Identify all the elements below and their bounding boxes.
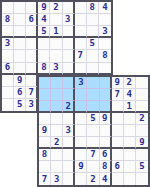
given-digit-cell[interactable]: 3 — [63, 125, 75, 137]
empty-cell[interactable] — [51, 125, 63, 137]
empty-cell[interactable] — [100, 125, 112, 137]
given-digit-cell[interactable]: 9 — [75, 161, 87, 173]
empty-cell[interactable] — [136, 89, 148, 101]
given-digit-cell[interactable]: 2 — [136, 113, 148, 125]
empty-cell[interactable] — [75, 173, 87, 185]
empty-cell[interactable] — [2, 99, 14, 111]
given-digit-cell[interactable]: 8 — [39, 149, 51, 161]
empty-cell[interactable] — [136, 101, 148, 113]
empty-cell[interactable] — [75, 38, 87, 50]
empty-cell[interactable] — [51, 89, 63, 101]
empty-cell[interactable] — [14, 2, 26, 14]
empty-cell[interactable] — [14, 38, 26, 50]
empty-cell[interactable] — [124, 113, 136, 125]
given-digit-cell[interactable]: 5 — [38, 26, 50, 38]
empty-cell[interactable] — [14, 50, 26, 62]
given-digit-cell[interactable]: 6 — [26, 14, 38, 26]
empty-cell[interactable] — [26, 50, 38, 62]
empty-cell[interactable] — [124, 173, 136, 185]
empty-cell[interactable] — [124, 149, 136, 161]
empty-cell[interactable] — [87, 77, 99, 89]
empty-cell[interactable] — [112, 173, 124, 185]
empty-cell[interactable] — [112, 149, 124, 161]
given-digit-cell[interactable]: 2 — [51, 137, 63, 149]
given-digit-cell[interactable]: 9 — [112, 77, 124, 89]
empty-cell[interactable] — [75, 14, 87, 26]
empty-cell[interactable] — [87, 125, 99, 137]
empty-cell[interactable] — [63, 137, 75, 149]
empty-cell[interactable] — [63, 26, 75, 38]
given-digit-cell[interactable]: 8 — [99, 50, 111, 62]
empty-cell[interactable] — [100, 137, 112, 149]
given-digit-cell[interactable]: 9 — [38, 2, 50, 14]
empty-cell[interactable] — [136, 77, 148, 89]
given-digit-cell[interactable]: 6 — [2, 63, 14, 75]
empty-cell[interactable] — [63, 89, 75, 101]
empty-cell[interactable] — [99, 63, 111, 75]
given-digit-cell[interactable]: 5 — [136, 161, 148, 173]
empty-cell[interactable] — [14, 14, 26, 26]
empty-cell[interactable] — [75, 2, 87, 14]
empty-cell[interactable] — [50, 14, 62, 26]
given-digit-cell[interactable]: 6 — [100, 149, 112, 161]
given-digit-cell[interactable]: 4 — [100, 173, 112, 185]
empty-cell[interactable] — [75, 89, 87, 101]
empty-cell[interactable] — [124, 125, 136, 137]
empty-cell[interactable] — [112, 101, 124, 113]
empty-cell[interactable] — [14, 63, 26, 75]
empty-cell[interactable] — [39, 77, 51, 89]
empty-cell[interactable] — [75, 26, 87, 38]
given-digit-cell[interactable]: 7 — [112, 89, 124, 101]
given-digit-cell[interactable]: 3 — [2, 38, 14, 50]
given-digit-cell[interactable]: 4 — [38, 14, 50, 26]
empty-cell[interactable] — [63, 63, 75, 75]
empty-cell[interactable] — [63, 149, 75, 161]
empty-cell[interactable] — [26, 63, 38, 75]
empty-cell[interactable] — [51, 161, 63, 173]
empty-cell[interactable] — [75, 113, 87, 125]
empty-cell[interactable] — [75, 137, 87, 149]
empty-cell[interactable] — [39, 101, 51, 113]
empty-cell[interactable] — [136, 125, 148, 137]
empty-cell[interactable] — [38, 38, 50, 50]
empty-cell[interactable] — [14, 26, 26, 38]
given-digit-cell[interactable]: 3 — [75, 77, 87, 89]
empty-cell[interactable] — [136, 173, 148, 185]
empty-cell[interactable] — [87, 50, 99, 62]
empty-cell[interactable] — [87, 63, 99, 75]
empty-cell[interactable] — [136, 149, 148, 161]
empty-cell[interactable] — [87, 101, 99, 113]
given-digit-cell[interactable]: 5 — [14, 99, 26, 111]
given-digit-cell[interactable]: 9 — [100, 113, 112, 125]
empty-cell[interactable] — [112, 125, 124, 137]
empty-cell[interactable] — [87, 14, 99, 26]
empty-cell[interactable] — [63, 38, 75, 50]
empty-cell[interactable] — [26, 38, 38, 50]
given-digit-cell[interactable]: 5 — [87, 38, 99, 50]
empty-cell[interactable] — [100, 89, 112, 101]
empty-cell[interactable] — [87, 26, 99, 38]
empty-cell[interactable] — [99, 38, 111, 50]
empty-cell[interactable] — [124, 137, 136, 149]
given-digit-cell[interactable]: 3 — [51, 173, 63, 185]
given-digit-cell[interactable]: 2 — [50, 2, 62, 14]
empty-cell[interactable] — [63, 113, 75, 125]
given-digit-cell[interactable]: 2 — [124, 77, 136, 89]
empty-cell[interactable] — [39, 89, 51, 101]
given-digit-cell[interactable]: 6 — [14, 87, 26, 99]
given-digit-cell[interactable]: 5 — [87, 113, 99, 125]
twin-sudoku-board: 9284864351335786839367532 39274215929329… — [0, 0, 150, 187]
empty-cell[interactable] — [87, 161, 99, 173]
empty-cell[interactable] — [51, 77, 63, 89]
empty-cell[interactable] — [2, 75, 14, 87]
empty-cell[interactable] — [63, 50, 75, 62]
empty-cell[interactable] — [2, 26, 14, 38]
sudoku-grid-b: 3927421592932987698657324 — [37, 75, 150, 187]
empty-cell[interactable] — [112, 113, 124, 125]
empty-cell[interactable] — [99, 14, 111, 26]
empty-cell[interactable] — [39, 161, 51, 173]
given-digit-cell[interactable]: 3 — [63, 14, 75, 26]
empty-cell[interactable] — [75, 63, 87, 75]
empty-cell[interactable] — [50, 50, 62, 62]
given-digit-cell[interactable]: 1 — [124, 101, 136, 113]
empty-cell[interactable] — [63, 2, 75, 14]
given-digit-cell[interactable]: 2 — [87, 173, 99, 185]
empty-cell[interactable] — [63, 77, 75, 89]
empty-cell[interactable] — [26, 26, 38, 38]
empty-cell[interactable] — [2, 87, 14, 99]
given-digit-cell[interactable]: 2 — [63, 101, 75, 113]
empty-cell[interactable] — [39, 113, 51, 125]
empty-cell[interactable] — [51, 113, 63, 125]
given-digit-cell[interactable]: 6 — [112, 161, 124, 173]
empty-cell[interactable] — [100, 77, 112, 89]
empty-cell[interactable] — [63, 173, 75, 185]
empty-cell[interactable] — [2, 2, 14, 14]
given-digit-cell[interactable]: 9 — [39, 125, 51, 137]
empty-cell[interactable] — [50, 38, 62, 50]
empty-cell[interactable] — [75, 149, 87, 161]
empty-cell[interactable] — [87, 137, 99, 149]
empty-cell[interactable] — [100, 101, 112, 113]
given-digit-cell[interactable]: 3 — [99, 26, 111, 38]
empty-cell[interactable] — [124, 161, 136, 173]
given-digit-cell[interactable]: 7 — [87, 149, 99, 161]
empty-cell[interactable] — [38, 50, 50, 62]
given-digit-cell[interactable]: 8 — [2, 14, 14, 26]
given-digit-cell[interactable]: 7 — [39, 173, 51, 185]
empty-cell[interactable] — [51, 149, 63, 161]
given-digit-cell[interactable]: 9 — [14, 75, 26, 87]
given-digit-cell[interactable]: 3 — [50, 63, 62, 75]
given-digit-cell[interactable]: 1 — [50, 26, 62, 38]
empty-cell[interactable] — [2, 50, 14, 62]
given-digit-cell[interactable]: 8 — [87, 2, 99, 14]
empty-cell[interactable] — [87, 89, 99, 101]
given-digit-cell[interactable]: 9 — [136, 137, 148, 149]
given-digit-cell[interactable]: 8 — [38, 63, 50, 75]
empty-cell[interactable] — [75, 101, 87, 113]
empty-cell[interactable] — [39, 137, 51, 149]
given-digit-cell[interactable]: 8 — [100, 161, 112, 173]
empty-cell[interactable] — [63, 161, 75, 173]
empty-cell[interactable] — [112, 137, 124, 149]
given-digit-cell[interactable]: 7 — [75, 50, 87, 62]
empty-cell[interactable] — [51, 101, 63, 113]
empty-cell[interactable] — [75, 125, 87, 137]
empty-cell[interactable] — [26, 2, 38, 14]
given-digit-cell[interactable]: 4 — [124, 89, 136, 101]
given-digit-cell[interactable]: 4 — [99, 2, 111, 14]
